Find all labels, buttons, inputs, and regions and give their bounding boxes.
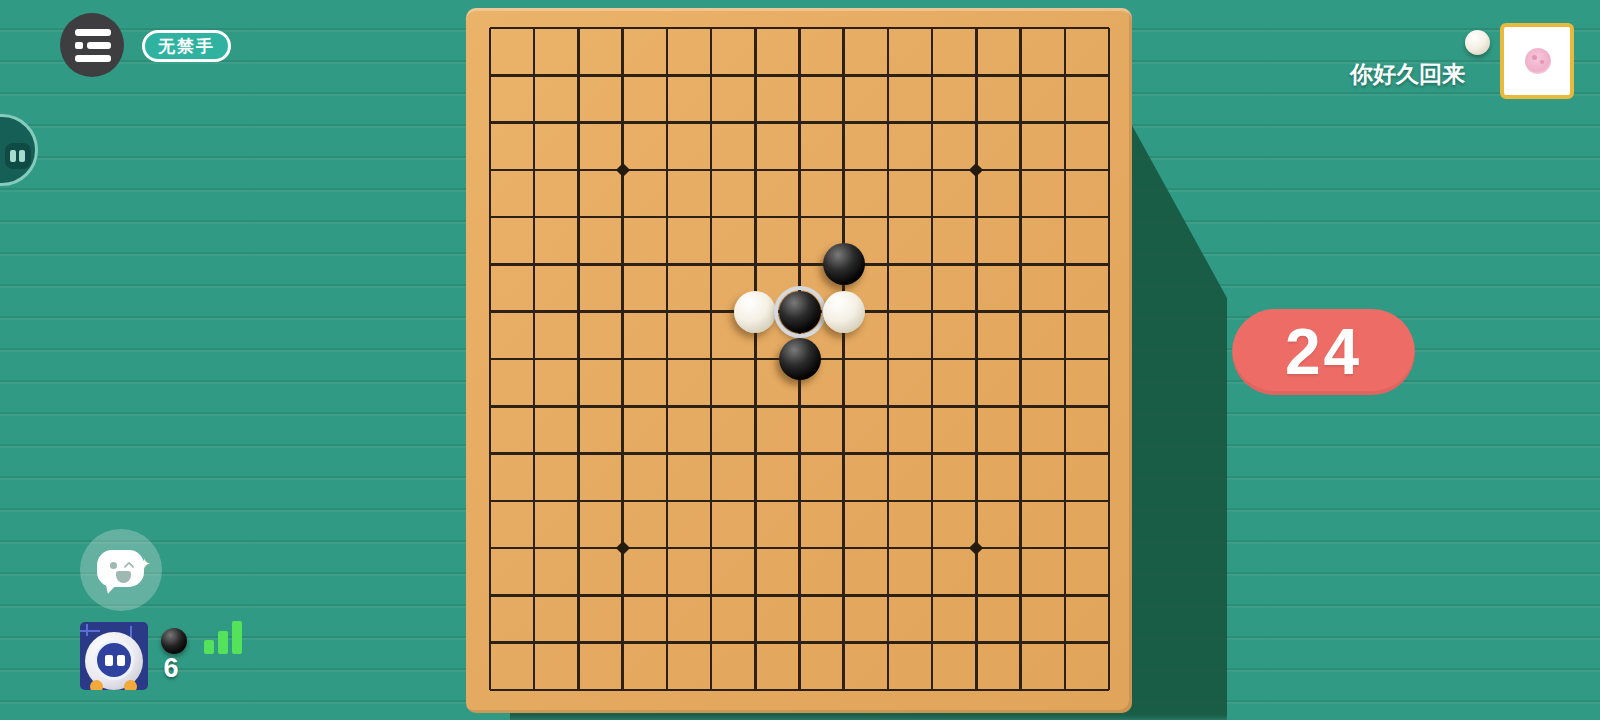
chat-emoji-button[interactable]: ✦: [80, 529, 162, 611]
star-point: [616, 163, 630, 177]
opponent-avatar[interactable]: [1500, 23, 1574, 99]
signal-bars-icon: [204, 620, 246, 654]
star-point: [969, 163, 983, 177]
opponent-stone-indicator: [1465, 30, 1490, 55]
timer-value: 24: [1285, 320, 1362, 384]
chat-drawer-handle[interactable]: [0, 114, 38, 186]
black-stone-last-move: [779, 291, 821, 333]
board-grid[interactable]: [490, 28, 1109, 690]
opponent-name: 你好久回来: [1350, 59, 1465, 90]
gomoku-board: [466, 8, 1132, 713]
rule-badge-label: 无禁手: [158, 35, 215, 58]
chat-bubble-icon: [5, 143, 31, 169]
game-screen: 无禁手 ✦ 6 你好久回来 24: [0, 0, 1600, 720]
menu-button[interactable]: [60, 13, 124, 77]
black-stone: [823, 243, 865, 285]
star-point: [969, 541, 983, 555]
avatar-image: [1525, 48, 1551, 74]
rule-badge: 无禁手: [142, 30, 231, 62]
hamburger-icon: [75, 29, 111, 36]
white-stone: [734, 291, 776, 333]
move-count: 6: [156, 653, 186, 684]
sparkle-icon: ✦: [138, 555, 151, 573]
robot-face: [94, 640, 134, 680]
player-avatar[interactable]: [80, 622, 148, 690]
move-timer: 24: [1232, 309, 1415, 395]
white-stone: [823, 291, 865, 333]
star-point: [616, 541, 630, 555]
black-stone: [779, 338, 821, 380]
player-stone-indicator: [161, 628, 187, 654]
